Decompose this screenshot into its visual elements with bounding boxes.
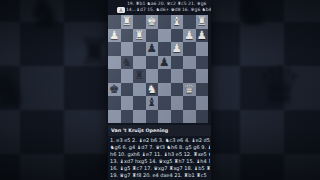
black-pawn: ♟ [159, 57, 169, 69]
square-e8 [158, 110, 171, 124]
square-c7 [133, 96, 146, 110]
square-d5 [146, 69, 159, 83]
move-line: h6 10. gxh6 ♝e7 11. ♝h3 e5 12. ♜xe5 ♞d4 [110, 151, 210, 158]
square-f8 [171, 110, 184, 124]
square-b3 [121, 42, 134, 56]
square-f6 [171, 83, 184, 97]
square-h5 [196, 69, 209, 83]
square-d8 [146, 110, 159, 124]
square-a2: ♟ [108, 29, 121, 43]
square-f7 [171, 96, 184, 110]
black-rook: ♜ [134, 70, 144, 82]
square-c8 [133, 110, 146, 124]
square-a7 [108, 96, 121, 110]
square-f5 [171, 69, 184, 83]
square-a4 [108, 56, 121, 70]
square-g5 [183, 69, 196, 83]
white-rook: ♜ [122, 16, 132, 28]
move-line: 1. e3 e5 2. ♝e2 b6 3. ♞c3 e6 4. ♝e2 d5 5… [110, 137, 210, 144]
square-d4 [146, 56, 159, 70]
square-h2: ♟ [196, 29, 209, 43]
black-pawn: ♟ [147, 43, 157, 55]
move-line: 16. ♝g5 ♜c7 17. ♛xg7 ♜xg7 18. ♝b5 ♜c6 [110, 165, 210, 172]
square-e3 [158, 42, 171, 56]
square-d6: ♞ [146, 83, 159, 97]
white-pawn: ♟ [184, 30, 194, 42]
square-c4 [133, 56, 146, 70]
square-b8 [121, 110, 134, 124]
square-f4 [171, 56, 184, 70]
square-g7 [183, 96, 196, 110]
square-h3 [196, 42, 209, 56]
square-b7 [121, 96, 134, 110]
square-d1: ♚ [146, 15, 159, 29]
white-pawn: ♟ [172, 43, 182, 55]
square-e5 [158, 69, 171, 83]
square-b6 [121, 83, 134, 97]
square-d2 [146, 29, 159, 43]
white-rook: ♜ [134, 30, 144, 42]
square-c2: ♜ [133, 29, 146, 43]
analysis-line-2: ♙ 14...♝d7 15. ♞d6+ ♚d8 16. ♛g6 ♞b4 17. … [108, 7, 211, 13]
square-c5: ♜ [133, 69, 146, 83]
square-a3 [108, 42, 121, 56]
square-b1: ♜ [121, 15, 134, 29]
square-f2 [171, 29, 184, 43]
white-knight: ♞ [147, 84, 157, 96]
white-pawn: ♟ [109, 30, 119, 42]
square-d7: ♝ [146, 96, 159, 110]
square-c6 [133, 83, 146, 97]
square-b5 [121, 69, 134, 83]
square-e6 [158, 83, 171, 97]
square-h1: ♜ [196, 15, 209, 29]
square-a5 [108, 69, 121, 83]
black-knight: ♞ [122, 57, 132, 69]
move-line: 19. ♛g7 ♜f8 20. e4 dxe4 21. ♜b1 ♜c5 [110, 172, 210, 179]
black-king: ♚ [109, 84, 119, 96]
square-g1 [183, 15, 196, 29]
white-bishop: ♝ [172, 16, 182, 28]
square-h4 [196, 56, 209, 70]
square-b2 [121, 29, 134, 43]
square-h6 [196, 83, 209, 97]
square-e7 [158, 96, 171, 110]
piece-badge-icon: ♙ [117, 7, 125, 13]
opening-name: Van 't Kruijs Opening [108, 125, 211, 136]
square-d3: ♟ [146, 42, 159, 56]
square-h8 [196, 110, 209, 124]
square-a1 [108, 15, 121, 29]
square-h7 [196, 96, 209, 110]
square-f3: ♟ [171, 42, 184, 56]
square-g4 [183, 56, 196, 70]
white-king: ♚ [147, 16, 157, 28]
square-c1 [133, 15, 146, 29]
square-g2: ♟ [183, 29, 196, 43]
video-frame[interactable]: ♞ ♜ ♞ ♛ ♞ 19. ♜b1 ♞a6 20. ♛c2 ♜c5 21. ♛g… [0, 0, 320, 180]
square-b4: ♞ [121, 56, 134, 70]
square-g3 [183, 42, 196, 56]
video-column: 19. ♜b1 ♞a6 20. ♛c2 ♜c5 21. ♛g6 ♙ 14...♝… [108, 0, 211, 180]
square-g6: ♛ [183, 83, 196, 97]
chess-board: ♜♚♝♜♟♜♟♟♟♟♞♟♜♚♞♛♝ [108, 15, 208, 123]
analysis-line-2-text: 14...♝d7 15. ♞d6+ ♚d8 16. ♛g6 ♞b4 17. ♜c… [126, 7, 211, 13]
move-line: ♞g6 6. g4 ♝d7 7. ♛f3 ♞h6 8. g5 g6 9. ♝g2 [110, 144, 210, 151]
black-bishop: ♝ [147, 97, 157, 109]
white-pawn: ♟ [197, 30, 207, 42]
square-f1: ♝ [171, 15, 184, 29]
move-line: 13. ♝xd7 hxg5 14. ♛xg5 ♜h7 15. ♝h4 ♜e7 [110, 158, 210, 165]
square-a6: ♚ [108, 83, 121, 97]
square-c3 [133, 42, 146, 56]
square-e4: ♟ [158, 56, 171, 70]
white-queen: ♛ [184, 84, 194, 96]
square-a8 [108, 110, 121, 124]
square-e1 [158, 15, 171, 29]
square-g8 [183, 110, 196, 124]
white-rook: ♜ [197, 16, 207, 28]
square-e2 [158, 29, 171, 43]
move-list: 1. e3 e5 2. ♝e2 b6 3. ♞c3 e6 4. ♝e2 d5 5… [110, 137, 210, 179]
